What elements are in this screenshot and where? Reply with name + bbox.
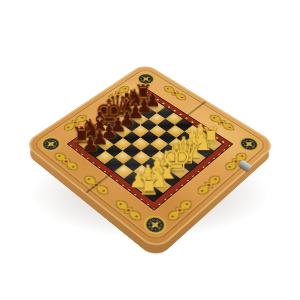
- scene: ♜♞♝♛♚♝♞♜♟♟♟♟♟♟♟♟♟♟♟♟♟♟♟♟♜♞♝♛♚♝♞♜: [0, 0, 300, 300]
- photo-stage: ♜♞♝♛♚♝♞♜♟♟♟♟♟♟♟♟♟♟♟♟♟♟♟♟♜♞♝♛♚♝♞♜: [0, 0, 300, 300]
- pawn-glyph: ♟: [81, 134, 99, 154]
- corner-medallion-near: [138, 211, 173, 240]
- rook-glyph: ♜: [137, 173, 159, 198]
- chess-box: ♜♞♝♛♚♝♞♜♟♟♟♟♟♟♟♟♟♟♟♟♟♟♟♟♜♞♝♛♚♝♞♜: [23, 63, 278, 252]
